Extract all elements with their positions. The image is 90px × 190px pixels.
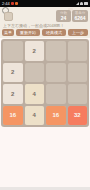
board-cell-r3c3: 32 xyxy=(68,106,88,126)
bottom-strip xyxy=(0,187,90,190)
notification-icon xyxy=(11,2,14,5)
tile-32: 32 xyxy=(68,106,88,126)
status-bar-left: 2:44 xyxy=(2,0,18,7)
logo-tile-icon[interactable] xyxy=(4,12,13,21)
board-cell-r1c2 xyxy=(46,63,66,83)
tile-16: 16 xyxy=(3,106,23,126)
tile-2: 2 xyxy=(3,63,23,83)
board-cell-r3c1: 4 xyxy=(25,106,45,126)
signal-icon xyxy=(76,2,79,5)
battery-icon xyxy=(84,2,88,5)
best-score-value: 6264 xyxy=(74,15,85,21)
board-cell-r2c1: 4 xyxy=(25,84,45,104)
ad-area xyxy=(0,127,90,190)
status-bar: 2:44 xyxy=(0,0,90,7)
board-cell-r0c2 xyxy=(46,41,66,61)
score-box: 分数 24 xyxy=(56,10,71,22)
board-cell-r0c3 xyxy=(68,41,88,61)
board-cell-r2c2 xyxy=(46,84,66,104)
board-cell-r2c0: 2 xyxy=(3,84,23,104)
tile-2: 2 xyxy=(25,41,45,61)
notification-icon xyxy=(15,2,18,5)
status-bar-right xyxy=(76,2,88,5)
board-cell-r0c0 xyxy=(3,41,23,61)
toolbar-button-2[interactable]: 经典模式 xyxy=(42,29,66,36)
board-cell-r1c1 xyxy=(25,63,45,83)
instruction-text: 上下左右滑动，一起合成2048吧！ xyxy=(3,23,87,28)
board-cell-r1c3 xyxy=(68,63,88,83)
toolbar-button-0[interactable]: 菜单 xyxy=(2,29,14,36)
wifi-icon xyxy=(80,2,83,5)
game-board[interactable]: 22241641632 xyxy=(1,39,89,127)
board-cell-r3c0: 16 xyxy=(3,106,23,126)
toolbar: 菜单重新开始经典模式上一步 xyxy=(2,29,88,36)
tile-2: 2 xyxy=(3,84,23,104)
clock-text: 2:44 xyxy=(2,0,10,7)
board-cell-r1c0: 2 xyxy=(3,63,23,83)
board-cell-r2c3 xyxy=(68,84,88,104)
board-cell-r3c2: 16 xyxy=(46,106,66,126)
tile-4: 4 xyxy=(25,106,45,126)
tile-4: 4 xyxy=(25,84,45,104)
best-score-box: 最高分 6264 xyxy=(72,10,88,22)
score-value: 24 xyxy=(61,15,67,21)
toolbar-button-1[interactable]: 重新开始 xyxy=(16,29,40,36)
tile-16: 16 xyxy=(46,106,66,126)
toolbar-button-3[interactable]: 上一步 xyxy=(68,29,88,36)
board-cell-r0c1: 2 xyxy=(25,41,45,61)
